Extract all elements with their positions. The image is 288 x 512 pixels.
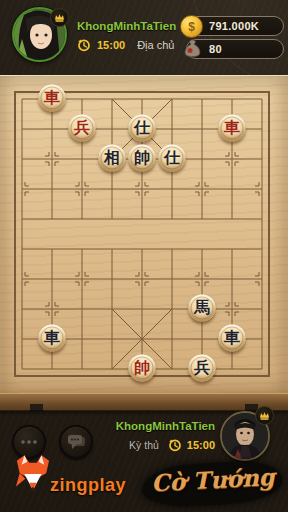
piece-glyph: 仕 xyxy=(134,120,150,136)
piece-black-兵[interactable]: 兵 xyxy=(189,354,216,381)
chat-icon xyxy=(67,434,86,451)
chat-button[interactable] xyxy=(59,425,93,459)
piece-red-兵[interactable]: 兵 xyxy=(69,114,96,141)
tokens-balance-pill[interactable]: 80 xyxy=(186,39,284,59)
bottom-player-time: 15:00 xyxy=(187,439,215,451)
piece-black-馬[interactable]: 馬 xyxy=(189,294,216,321)
clock-icon xyxy=(77,38,91,52)
piece-black-相[interactable]: 相 xyxy=(99,144,126,171)
top-player-crown-badge xyxy=(50,8,69,27)
clock-icon xyxy=(168,438,182,452)
piece-glyph: 帥 xyxy=(134,360,150,376)
piece-red-車[interactable]: 車 xyxy=(39,84,66,111)
piece-glyph: 相 xyxy=(104,150,120,166)
top-player-time: 15:00 xyxy=(97,39,125,51)
piece-black-車[interactable]: 車 xyxy=(39,324,66,351)
bottom-player-title: Kỳ thủ xyxy=(129,439,159,451)
piece-red-車[interactable]: 車 xyxy=(219,114,246,141)
crown-icon xyxy=(54,13,65,23)
dots-icon xyxy=(20,439,38,445)
piece-red-帥[interactable]: 帥 xyxy=(129,354,156,381)
bottom-player-meta: Kỳ thủ 15:00 xyxy=(129,438,215,452)
coin-symbol: $ xyxy=(188,20,195,34)
top-player-meta: 15:00 Địa chủ xyxy=(77,38,174,52)
coins-balance-pill[interactable]: $ 791.000K xyxy=(186,16,284,36)
piece-black-車[interactable]: 車 xyxy=(219,324,246,351)
board-stand xyxy=(0,393,288,411)
piece-glyph: 車 xyxy=(44,330,60,346)
piece-black-仕[interactable]: 仕 xyxy=(129,114,156,141)
tokens-amount: 80 xyxy=(209,43,222,55)
top-player-title: Địa chủ xyxy=(137,39,174,51)
crown-icon xyxy=(259,411,270,421)
piece-glyph: 車 xyxy=(224,330,240,346)
top-player-name: KhongMinhTaTien xyxy=(77,20,176,32)
piece-black-帥[interactable]: 帥 xyxy=(129,144,156,171)
zingplay-fox-logo xyxy=(14,454,50,502)
bottom-player-info: KhongMinhTaTien Kỳ thủ 15:00 xyxy=(95,420,215,452)
bottom-player-name: KhongMinhTaTien xyxy=(116,420,215,432)
moneybag-icon xyxy=(181,38,204,61)
piece-glyph: 車 xyxy=(224,120,240,136)
app-screen: KhongMinhTaTien 15:00 Địa chủ $ 791.000K… xyxy=(0,0,288,512)
coins-amount: 791.000K xyxy=(209,20,259,32)
xiangqi-board[interactable]: 車兵仕車相帥仕馬車車帥兵 xyxy=(0,75,288,394)
piece-black-仕[interactable]: 仕 xyxy=(159,144,186,171)
piece-glyph: 帥 xyxy=(134,150,150,166)
bottom-player-crown-badge xyxy=(255,406,274,425)
zingplay-brand-text: zingplay xyxy=(50,475,126,496)
piece-glyph: 兵 xyxy=(194,360,210,376)
piece-layer: 車兵仕車相帥仕馬車車帥兵 xyxy=(0,76,288,394)
game-logo: Cờ Tướng xyxy=(140,461,284,507)
piece-glyph: 車 xyxy=(44,90,60,106)
piece-glyph: 兵 xyxy=(74,120,90,136)
coin-icon: $ xyxy=(180,15,203,38)
piece-glyph: 馬 xyxy=(194,300,210,316)
piece-glyph: 仕 xyxy=(164,150,180,166)
